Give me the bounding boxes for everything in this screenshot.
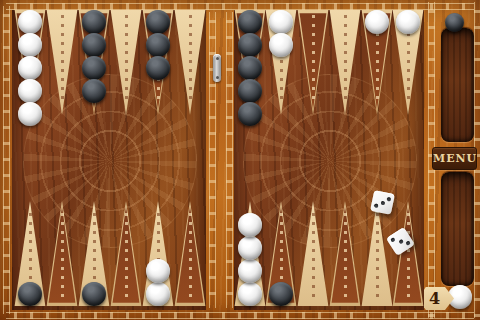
bottom-bearoff-tray[interactable] (441, 172, 474, 286)
white-checker-point-8[interactable] (269, 10, 293, 34)
black-checker-point-20[interactable] (269, 282, 293, 306)
black-checker-point-7[interactable] (238, 10, 262, 34)
point-bottom-16[interactable] (110, 201, 142, 306)
white-checker-point-8[interactable] (269, 33, 293, 57)
point-bottom-23[interactable] (361, 201, 393, 306)
point-top-2[interactable] (46, 10, 78, 115)
white-checker-point-19[interactable] (238, 213, 262, 237)
point-top-10[interactable] (329, 10, 361, 115)
point-bottom-22[interactable] (329, 201, 361, 306)
black-checker-point-13[interactable] (18, 282, 42, 306)
black-checker-point-5[interactable] (146, 56, 170, 80)
black-checker-point-7[interactable] (238, 56, 262, 80)
white-checker-point-17[interactable] (146, 282, 170, 306)
board-layer (0, 0, 480, 320)
white-checker-point-1[interactable] (18, 33, 42, 57)
point-bottom-21[interactable] (297, 201, 329, 306)
white-checker-point-1[interactable] (18, 79, 42, 103)
move-counter-value: 4 (424, 287, 445, 310)
white-checker-point-12[interactable] (396, 10, 420, 34)
point-bottom-18[interactable] (174, 201, 206, 306)
top-bearoff-tray[interactable] (441, 28, 474, 142)
point-top-6[interactable] (174, 10, 206, 115)
black-checker-point-7[interactable] (238, 79, 262, 103)
white-checker-point-17[interactable] (146, 259, 170, 283)
die-1-value-3[interactable] (370, 190, 395, 215)
game-screen: MENU 4 (0, 0, 480, 320)
black-checker-point-3[interactable] (82, 79, 106, 103)
white-checker-point-1[interactable] (18, 56, 42, 80)
point-bottom-14[interactable] (46, 201, 78, 306)
black-checker-point-3[interactable] (82, 33, 106, 57)
black-checker-point-15[interactable] (82, 282, 106, 306)
black-checker-point-7[interactable] (238, 102, 262, 126)
black-checker-point-3[interactable] (82, 56, 106, 80)
point-top-4[interactable] (110, 10, 142, 115)
black-turn-indicator-checker (445, 13, 464, 32)
black-checker-point-7[interactable] (238, 33, 262, 57)
white-checker-point-19[interactable] (238, 259, 262, 283)
black-checker-point-3[interactable] (82, 10, 106, 34)
black-checker-point-5[interactable] (146, 33, 170, 57)
white-checker-point-19[interactable] (238, 282, 262, 306)
point-top-9[interactable] (297, 10, 329, 115)
white-checker-point-1[interactable] (18, 102, 42, 126)
black-checker-point-5[interactable] (146, 10, 170, 34)
menu-button[interactable]: MENU (432, 147, 477, 170)
white-checker-point-1[interactable] (18, 10, 42, 34)
white-checker-point-19[interactable] (238, 236, 262, 260)
white-checker-point-11[interactable] (365, 10, 389, 34)
